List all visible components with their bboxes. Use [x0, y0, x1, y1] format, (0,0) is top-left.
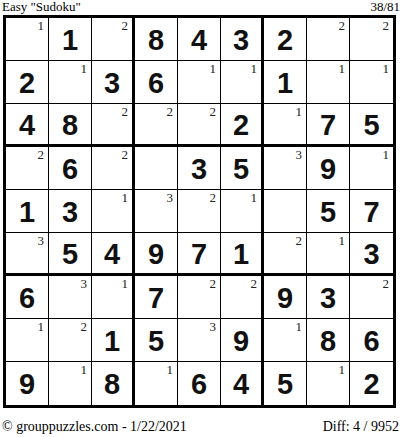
- cell-r9-c7[interactable]: 5: [264, 362, 307, 405]
- pencil-mark: 2: [383, 19, 390, 32]
- pencil-mark: 2: [383, 277, 390, 290]
- cell-r5-c7[interactable]: [264, 190, 307, 233]
- pencil-mark: 1: [81, 363, 88, 376]
- cell-r1-c8[interactable]: 2: [307, 18, 350, 61]
- pencil-mark: 3: [210, 320, 217, 333]
- cell-r3-c7[interactable]: 1: [264, 104, 307, 147]
- given-digit: 3: [233, 24, 249, 55]
- cell-r8-c2[interactable]: 2: [49, 319, 92, 362]
- pencil-mark: 1: [122, 277, 129, 290]
- cell-r3-c9[interactable]: 5: [350, 104, 393, 147]
- given-digit: 3: [320, 282, 336, 313]
- cell-r3-c1[interactable]: 4: [6, 104, 49, 147]
- cell-r8-c5[interactable]: 3: [178, 319, 221, 362]
- cell-r9-c3[interactable]: 8: [92, 362, 135, 405]
- given-digit: 3: [104, 67, 120, 98]
- given-digit: 5: [320, 196, 336, 227]
- given-digit: 7: [191, 238, 207, 269]
- blank-counter: 38/81: [370, 0, 400, 14]
- cell-r4-c7[interactable]: 3: [264, 147, 307, 190]
- pencil-mark: 1: [81, 62, 88, 75]
- given-digit: 5: [277, 368, 293, 399]
- pencil-mark: 1: [339, 363, 346, 376]
- pencil-mark: 1: [296, 320, 303, 333]
- given-digit: 3: [191, 153, 207, 184]
- given-digit: 5: [363, 109, 379, 140]
- pencil-mark: 3: [38, 234, 45, 247]
- cell-r5-c4[interactable]: 3: [135, 190, 178, 233]
- cell-r2-c9[interactable]: 1: [350, 61, 393, 104]
- cell-r9-c4[interactable]: 1: [135, 362, 178, 405]
- given-digit: 8: [104, 368, 120, 399]
- pencil-mark: 2: [210, 191, 217, 204]
- sudoku-page: Easy "Sudoku" 38/81 11284322221361111148…: [0, 0, 403, 437]
- cell-r1-c7[interactable]: 2: [264, 18, 307, 61]
- cell-r8-c8[interactable]: 8: [307, 319, 350, 362]
- pencil-mark: 1: [383, 62, 390, 75]
- cell-r2-c1[interactable]: 2: [6, 61, 49, 104]
- cell-r2-c8[interactable]: 1: [307, 61, 350, 104]
- cell-r7-c3[interactable]: 1: [92, 276, 135, 319]
- given-digit: 6: [363, 325, 379, 356]
- given-digit: 8: [320, 325, 336, 356]
- cell-r3-c8[interactable]: 7: [307, 104, 350, 147]
- cell-r3-c3[interactable]: 2: [92, 104, 135, 147]
- cell-r1-c1[interactable]: 1: [6, 18, 49, 61]
- cell-r6-c6[interactable]: 1: [221, 233, 264, 276]
- pencil-mark: 1: [251, 191, 258, 204]
- pencil-mark: 1: [296, 105, 303, 118]
- pencil-mark: 1: [339, 234, 346, 247]
- given-digit: 4: [104, 238, 120, 269]
- cell-r8-c1[interactable]: 1: [6, 319, 49, 362]
- pencil-mark: 3: [296, 148, 303, 161]
- pencil-mark: 1: [38, 19, 45, 32]
- cell-r6-c2[interactable]: 5: [49, 233, 92, 276]
- given-digit: 1: [19, 196, 35, 227]
- pencil-mark: 2: [339, 19, 346, 32]
- cell-r9-c8[interactable]: 1: [307, 362, 350, 405]
- cell-r6-c9[interactable]: 3: [350, 233, 393, 276]
- pencil-mark: 1: [339, 62, 346, 75]
- given-digit: 5: [233, 153, 249, 184]
- given-digit: 8: [148, 24, 164, 55]
- pencil-mark: 2: [122, 19, 129, 32]
- cell-r9-c5[interactable]: 6: [178, 362, 221, 405]
- cell-r4-c1[interactable]: 2: [6, 147, 49, 190]
- given-digit: 3: [62, 196, 78, 227]
- given-digit: 9: [277, 282, 293, 313]
- pencil-mark: 1: [167, 363, 174, 376]
- pencil-mark: 1: [122, 191, 129, 204]
- given-digit: 9: [148, 238, 164, 269]
- cell-r4-c8[interactable]: 9: [307, 147, 350, 190]
- cell-r7-c2[interactable]: 3: [49, 276, 92, 319]
- cell-r8-c7[interactable]: 1: [264, 319, 307, 362]
- given-digit: 3: [363, 238, 379, 269]
- pencil-mark: 2: [81, 320, 88, 333]
- given-digit: 9: [19, 368, 35, 399]
- header: Easy "Sudoku" 38/81: [2, 0, 400, 14]
- pencil-mark: 2: [38, 148, 45, 161]
- cell-r2-c6[interactable]: 1: [221, 61, 264, 104]
- cell-r7-c6[interactable]: 2: [221, 276, 264, 319]
- cell-r9-c6[interactable]: 4: [221, 362, 264, 405]
- cell-r5-c5[interactable]: 2: [178, 190, 221, 233]
- cell-r9-c2[interactable]: 1: [49, 362, 92, 405]
- pencil-mark: 1: [210, 62, 217, 75]
- cell-r7-c5[interactable]: 2: [178, 276, 221, 319]
- cell-r9-c9[interactable]: 2: [350, 362, 393, 405]
- cell-r6-c1[interactable]: 3: [6, 233, 49, 276]
- cell-r4-c4[interactable]: [135, 147, 178, 190]
- given-digit: 1: [104, 325, 120, 356]
- pencil-mark: 1: [383, 148, 390, 161]
- cell-r5-c6[interactable]: 1: [221, 190, 264, 233]
- pencil-mark: 2: [122, 105, 129, 118]
- cell-r4-c3[interactable]: 2: [92, 147, 135, 190]
- cell-r7-c8[interactable]: 3: [307, 276, 350, 319]
- pencil-mark: 3: [81, 277, 88, 290]
- given-digit: 2: [363, 368, 379, 399]
- pencil-mark: 2: [296, 234, 303, 247]
- page-title: Easy "Sudoku": [2, 0, 81, 14]
- cell-r1-c3[interactable]: 2: [92, 18, 135, 61]
- cell-r7-c9[interactable]: 2: [350, 276, 393, 319]
- cell-r4-c6[interactable]: 5: [221, 147, 264, 190]
- cell-r3-c2[interactable]: 8: [49, 104, 92, 147]
- copyright-credit: © grouppuzzles.com - 1/22/2021: [2, 419, 187, 434]
- given-digit: 6: [19, 282, 35, 313]
- pencil-mark: 2: [210, 277, 217, 290]
- given-digit: 2: [19, 67, 35, 98]
- difficulty-label: Diff: 4 / 9952: [323, 419, 399, 434]
- cell-r5-c9[interactable]: 7: [350, 190, 393, 233]
- cell-r4-c9[interactable]: 1: [350, 147, 393, 190]
- given-digit: 6: [148, 67, 164, 98]
- cell-r2-c4[interactable]: 6: [135, 61, 178, 104]
- cell-r5-c2[interactable]: 3: [49, 190, 92, 233]
- given-digit: 4: [191, 24, 207, 55]
- cell-r5-c1[interactable]: 1: [6, 190, 49, 233]
- cell-r7-c4[interactable]: 7: [135, 276, 178, 319]
- cell-r6-c5[interactable]: 7: [178, 233, 221, 276]
- pencil-mark: 1: [38, 320, 45, 333]
- cell-r8-c6[interactable]: 9: [221, 319, 264, 362]
- cell-r6-c3[interactable]: 4: [92, 233, 135, 276]
- cell-r6-c7[interactable]: 2: [264, 233, 307, 276]
- given-digit: 5: [62, 238, 78, 269]
- cell-r7-c7[interactable]: 9: [264, 276, 307, 319]
- pencil-mark: 2: [167, 105, 174, 118]
- given-digit: 7: [363, 196, 379, 227]
- sudoku-board: 1128432222136111114822221752623539113132…: [3, 15, 396, 408]
- pencil-mark: 2: [122, 148, 129, 161]
- cell-r1-c2[interactable]: 1: [49, 18, 92, 61]
- given-digit: 4: [19, 109, 35, 140]
- given-digit: 9: [233, 325, 249, 356]
- cell-r2-c3[interactable]: 3: [92, 61, 135, 104]
- cell-r5-c3[interactable]: 1: [92, 190, 135, 233]
- cell-r1-c4[interactable]: 8: [135, 18, 178, 61]
- cell-r6-c8[interactable]: 1: [307, 233, 350, 276]
- cell-r7-c1[interactable]: 6: [6, 276, 49, 319]
- cell-r8-c4[interactable]: 5: [135, 319, 178, 362]
- pencil-mark: 1: [251, 62, 258, 75]
- given-digit: 4: [233, 368, 249, 399]
- given-digit: 9: [320, 153, 336, 184]
- cell-r5-c8[interactable]: 5: [307, 190, 350, 233]
- given-digit: 6: [62, 153, 78, 184]
- given-digit: 2: [233, 109, 249, 140]
- given-digit: 7: [148, 282, 164, 313]
- pencil-mark: 2: [251, 277, 258, 290]
- cell-r8-c3[interactable]: 1: [92, 319, 135, 362]
- cell-r3-c6[interactable]: 2: [221, 104, 264, 147]
- cell-r8-c9[interactable]: 6: [350, 319, 393, 362]
- cell-r1-c9[interactable]: 2: [350, 18, 393, 61]
- given-digit: 1: [233, 238, 249, 269]
- given-digit: 2: [277, 24, 293, 55]
- cell-r4-c2[interactable]: 6: [49, 147, 92, 190]
- given-digit: 1: [62, 24, 78, 55]
- cell-r2-c5[interactable]: 1: [178, 61, 221, 104]
- cell-r1-c5[interactable]: 4: [178, 18, 221, 61]
- cell-r3-c4[interactable]: 2: [135, 104, 178, 147]
- given-digit: 5: [148, 325, 164, 356]
- given-digit: 6: [191, 368, 207, 399]
- cell-r2-c7[interactable]: 1: [264, 61, 307, 104]
- pencil-mark: 3: [167, 191, 174, 204]
- cell-r6-c4[interactable]: 9: [135, 233, 178, 276]
- given-digit: 8: [62, 109, 78, 140]
- cell-r1-c6[interactable]: 3: [221, 18, 264, 61]
- given-digit: 7: [320, 109, 336, 140]
- cell-r2-c2[interactable]: 1: [49, 61, 92, 104]
- pencil-mark: 2: [210, 105, 217, 118]
- cell-r9-c1[interactable]: 9: [6, 362, 49, 405]
- footer: © grouppuzzles.com - 1/22/2021 Diff: 4 /…: [2, 418, 399, 434]
- given-digit: 1: [277, 67, 293, 98]
- cell-r4-c5[interactable]: 3: [178, 147, 221, 190]
- cell-r3-c5[interactable]: 2: [178, 104, 221, 147]
